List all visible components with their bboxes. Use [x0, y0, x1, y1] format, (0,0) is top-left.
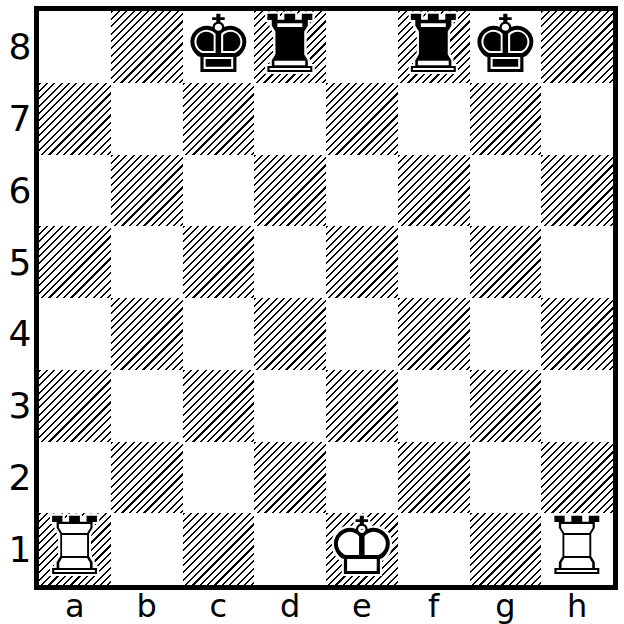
square-f4[interactable]	[398, 298, 470, 370]
file-label-c: c	[183, 588, 255, 624]
square-b5[interactable]	[111, 226, 183, 298]
piece-fill-glyph: ♜	[39, 508, 111, 588]
rank-label-1: 1	[0, 513, 34, 585]
square-f3[interactable]	[398, 370, 470, 442]
square-d7[interactable]	[254, 83, 326, 155]
piece-glyph: ♜	[254, 5, 326, 85]
square-b1[interactable]	[111, 513, 183, 585]
square-a2[interactable]	[39, 442, 111, 514]
square-d3[interactable]	[254, 370, 326, 442]
square-a8[interactable]	[39, 11, 111, 83]
square-h4[interactable]	[541, 298, 613, 370]
piece-glyph: ♚	[183, 5, 255, 85]
square-e2[interactable]	[326, 442, 398, 514]
square-f5[interactable]	[398, 226, 470, 298]
square-c8[interactable]: ♚♚	[183, 11, 255, 83]
square-c3[interactable]	[183, 370, 255, 442]
chess-board: ♚♚♜♜♜♜♚♚♜♖♚♔♜♖	[34, 6, 618, 590]
piece-glyph: ♖	[39, 508, 111, 588]
rank-label-8: 8	[0, 11, 34, 83]
square-h5[interactable]	[541, 226, 613, 298]
piece-fill-glyph: ♚	[326, 508, 398, 588]
square-d6[interactable]	[254, 155, 326, 227]
square-a7[interactable]	[39, 83, 111, 155]
rank-labels: 87654321	[0, 11, 34, 585]
rank-label-5: 5	[0, 226, 34, 298]
square-d4[interactable]	[254, 298, 326, 370]
square-g6[interactable]	[470, 155, 542, 227]
square-g8[interactable]: ♚♚	[470, 11, 542, 83]
file-label-d: d	[254, 588, 326, 624]
rank-label-4: 4	[0, 298, 34, 370]
white-rook-a1[interactable]: ♜♖	[39, 513, 111, 585]
square-h3[interactable]	[541, 370, 613, 442]
square-e6[interactable]	[326, 155, 398, 227]
square-e4[interactable]	[326, 298, 398, 370]
piece-fill-glyph: ♚	[183, 5, 255, 85]
rank-label-6: 6	[0, 155, 34, 227]
square-c2[interactable]	[183, 442, 255, 514]
piece-fill-glyph: ♜	[254, 5, 326, 85]
piece-glyph: ♔	[326, 508, 398, 588]
file-label-h: h	[541, 588, 613, 624]
piece-glyph: ♚	[470, 5, 542, 85]
file-labels: abcdefgh	[39, 588, 613, 624]
square-e8[interactable]	[326, 11, 398, 83]
square-b8[interactable]	[111, 11, 183, 83]
piece-fill-glyph: ♜	[541, 508, 613, 588]
white-rook-h1[interactable]: ♜♖	[541, 513, 613, 585]
square-b4[interactable]	[111, 298, 183, 370]
file-label-e: e	[326, 588, 398, 624]
black-king-c8[interactable]: ♚♚	[183, 11, 255, 83]
black-rook-d8[interactable]: ♜♜	[254, 11, 326, 83]
square-e1[interactable]: ♚♔	[326, 513, 398, 585]
square-e3[interactable]	[326, 370, 398, 442]
square-g5[interactable]	[470, 226, 542, 298]
piece-glyph: ♖	[541, 508, 613, 588]
square-c4[interactable]	[183, 298, 255, 370]
square-h2[interactable]	[541, 442, 613, 514]
square-c7[interactable]	[183, 83, 255, 155]
square-f6[interactable]	[398, 155, 470, 227]
square-g7[interactable]	[470, 83, 542, 155]
square-a3[interactable]	[39, 370, 111, 442]
square-d2[interactable]	[254, 442, 326, 514]
square-a1[interactable]: ♜♖	[39, 513, 111, 585]
square-a4[interactable]	[39, 298, 111, 370]
square-g1[interactable]	[470, 513, 542, 585]
square-b6[interactable]	[111, 155, 183, 227]
square-d5[interactable]	[254, 226, 326, 298]
file-label-b: b	[111, 588, 183, 624]
square-h1[interactable]: ♜♖	[541, 513, 613, 585]
square-b7[interactable]	[111, 83, 183, 155]
file-label-g: g	[470, 588, 542, 624]
square-g2[interactable]	[470, 442, 542, 514]
square-a5[interactable]	[39, 226, 111, 298]
square-f7[interactable]	[398, 83, 470, 155]
file-label-a: a	[39, 588, 111, 624]
square-c5[interactable]	[183, 226, 255, 298]
square-g3[interactable]	[470, 370, 542, 442]
rank-label-2: 2	[0, 442, 34, 514]
square-d8[interactable]: ♜♜	[254, 11, 326, 83]
piece-glyph: ♜	[398, 5, 470, 85]
square-h8[interactable]	[541, 11, 613, 83]
black-rook-f8[interactable]: ♜♜	[398, 11, 470, 83]
square-c6[interactable]	[183, 155, 255, 227]
rank-label-7: 7	[0, 83, 34, 155]
white-king-e1[interactable]: ♚♔	[326, 513, 398, 585]
file-label-f: f	[398, 588, 470, 624]
square-b3[interactable]	[111, 370, 183, 442]
square-f1[interactable]	[398, 513, 470, 585]
square-g4[interactable]	[470, 298, 542, 370]
chess-diagram: 87654321 ♚♚♜♜♜♜♚♚♜♖♚♔♜♖ abcdefgh	[0, 0, 624, 624]
square-e5[interactable]	[326, 226, 398, 298]
black-king-g8[interactable]: ♚♚	[470, 11, 542, 83]
square-f8[interactable]: ♜♜	[398, 11, 470, 83]
square-d1[interactable]	[254, 513, 326, 585]
rank-label-3: 3	[0, 370, 34, 442]
square-b2[interactable]	[111, 442, 183, 514]
square-h7[interactable]	[541, 83, 613, 155]
piece-fill-glyph: ♜	[398, 5, 470, 85]
square-h6[interactable]	[541, 155, 613, 227]
square-c1[interactable]	[183, 513, 255, 585]
square-e7[interactable]	[326, 83, 398, 155]
piece-fill-glyph: ♚	[470, 5, 542, 85]
square-f2[interactable]	[398, 442, 470, 514]
square-a6[interactable]	[39, 155, 111, 227]
